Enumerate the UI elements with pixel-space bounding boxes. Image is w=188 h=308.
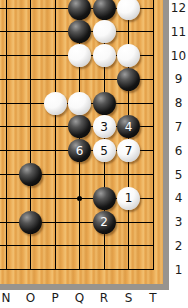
intersection-S7: 4 — [116, 115, 141, 139]
intersection-O11 — [18, 20, 43, 44]
intersection-S1 — [116, 258, 141, 282]
stone-black-O3 — [19, 211, 42, 234]
intersection-N11 — [0, 20, 18, 44]
stone-white-P8 — [44, 92, 67, 115]
stone-white-S4: 1 — [117, 187, 140, 210]
stone-black-Q7 — [68, 115, 91, 138]
intersection-Q8 — [67, 91, 92, 115]
intersection-O5 — [18, 163, 43, 187]
stone-black-R4 — [93, 187, 116, 210]
intersection-T5 — [141, 163, 166, 187]
move-number: 4 — [125, 121, 133, 133]
move-number: 5 — [100, 145, 108, 157]
intersection-Q9 — [67, 68, 92, 92]
star-point-Q4 — [77, 196, 82, 201]
intersection-S4: 1 — [116, 186, 141, 210]
stone-white-S12 — [117, 0, 140, 20]
row-label-8: 8 — [169, 95, 188, 111]
column-coordinate-labels: NOPQRST — [0, 290, 188, 308]
intersection-S10 — [116, 44, 141, 68]
intersection-R2 — [92, 234, 117, 258]
move-number: 7 — [125, 145, 133, 157]
column-label-Q: Q — [75, 291, 84, 305]
intersection-N1 — [0, 258, 18, 282]
row-label-2: 2 — [169, 238, 188, 254]
intersection-Q2 — [67, 234, 92, 258]
intersection-T1 — [141, 258, 166, 282]
intersection-N7 — [0, 115, 18, 139]
intersection-R10 — [92, 44, 117, 68]
intersection-N6 — [0, 139, 18, 163]
intersection-N10 — [0, 44, 18, 68]
column-label-T: T — [149, 291, 156, 305]
intersection-O8 — [18, 91, 43, 115]
intersection-P7 — [43, 115, 68, 139]
intersection-Q7 — [67, 115, 92, 139]
move-number: 6 — [76, 145, 84, 157]
column-label-P: P — [51, 291, 58, 305]
stone-white-R10 — [93, 44, 116, 67]
intersection-S6: 7 — [116, 139, 141, 163]
intersection-Q6: 6 — [67, 139, 92, 163]
row-coordinate-labels: 121110987654321 — [169, 0, 188, 290]
column-label-R: R — [100, 291, 108, 305]
intersection-O2 — [18, 234, 43, 258]
intersection-P4 — [43, 186, 68, 210]
stone-black-O5 — [19, 163, 42, 186]
stone-black-R12 — [93, 0, 116, 20]
intersection-Q3 — [67, 210, 92, 234]
intersection-T7 — [141, 115, 166, 139]
row-label-3: 3 — [169, 214, 188, 230]
row-label-6: 6 — [169, 143, 188, 159]
stone-black-S7: 4 — [117, 115, 140, 138]
intersection-T2 — [141, 234, 166, 258]
intersection-N3 — [0, 210, 18, 234]
row-label-4: 4 — [169, 190, 188, 206]
intersection-O3 — [18, 210, 43, 234]
column-label-O: O — [26, 291, 35, 305]
intersection-Q10 — [67, 44, 92, 68]
intersection-O9 — [18, 68, 43, 92]
intersection-T3 — [141, 210, 166, 234]
stone-black-R8 — [93, 92, 116, 115]
intersection-O6 — [18, 139, 43, 163]
stone-white-S6: 7 — [117, 139, 140, 162]
row-label-12: 12 — [169, 0, 188, 16]
intersection-P1 — [43, 258, 68, 282]
stone-black-Q6: 6 — [68, 139, 91, 162]
intersection-T10 — [141, 44, 166, 68]
intersection-S11 — [116, 20, 141, 44]
stone-black-Q12 — [68, 0, 91, 20]
intersection-R4 — [92, 186, 117, 210]
stone-black-R3: 2 — [93, 211, 116, 234]
intersection-O10 — [18, 44, 43, 68]
intersection-T6 — [141, 139, 166, 163]
column-label-N: N — [2, 291, 11, 305]
row-label-1: 1 — [169, 262, 188, 278]
go-board: 3465712 — [0, 0, 169, 290]
intersection-N12 — [0, 0, 18, 20]
intersection-S9 — [116, 68, 141, 92]
intersection-T9 — [141, 68, 166, 92]
stone-white-Q8 — [68, 92, 91, 115]
stone-white-S10 — [117, 44, 140, 67]
intersection-R6: 5 — [92, 139, 117, 163]
stone-black-S9 — [117, 68, 140, 91]
intersection-P10 — [43, 44, 68, 68]
go-diagram: 3465712 121110987654321 NOPQRST — [0, 0, 188, 308]
intersection-R5 — [92, 163, 117, 187]
intersection-T12 — [141, 0, 166, 20]
intersection-T4 — [141, 186, 166, 210]
intersection-O7 — [18, 115, 43, 139]
intersection-N2 — [0, 234, 18, 258]
stone-white-Q10 — [68, 44, 91, 67]
intersection-N5 — [0, 163, 18, 187]
intersection-R9 — [92, 68, 117, 92]
intersection-O12 — [18, 0, 43, 20]
intersection-P11 — [43, 20, 68, 44]
stone-black-Q11 — [68, 20, 91, 43]
intersection-R12 — [92, 0, 117, 20]
intersection-R11 — [92, 20, 117, 44]
move-number: 3 — [100, 121, 108, 133]
intersection-P5 — [43, 163, 68, 187]
intersection-P3 — [43, 210, 68, 234]
row-label-5: 5 — [169, 167, 188, 183]
intersection-R3: 2 — [92, 210, 117, 234]
column-label-S: S — [125, 291, 133, 305]
board-grid: 3465712 — [0, 0, 165, 282]
intersection-O1 — [18, 258, 43, 282]
stone-white-R11 — [93, 20, 116, 43]
stone-white-R6: 5 — [93, 139, 116, 162]
intersection-Q11 — [67, 20, 92, 44]
intersection-P12 — [43, 0, 68, 20]
intersection-Q5 — [67, 163, 92, 187]
intersection-N9 — [0, 68, 18, 92]
move-number: 2 — [100, 216, 108, 228]
intersection-N4 — [0, 186, 18, 210]
row-label-10: 10 — [169, 48, 188, 64]
intersection-N8 — [0, 91, 18, 115]
intersection-Q12 — [67, 0, 92, 20]
move-number: 1 — [125, 192, 133, 204]
intersection-S2 — [116, 234, 141, 258]
intersection-T8 — [141, 91, 166, 115]
intersection-T11 — [141, 20, 166, 44]
intersection-R8 — [92, 91, 117, 115]
intersection-S5 — [116, 163, 141, 187]
intersection-P6 — [43, 139, 68, 163]
intersection-Q4 — [67, 186, 92, 210]
intersection-S8 — [116, 91, 141, 115]
intersection-R1 — [92, 258, 117, 282]
intersection-P9 — [43, 68, 68, 92]
intersection-S3 — [116, 210, 141, 234]
intersection-R7: 3 — [92, 115, 117, 139]
row-label-9: 9 — [169, 71, 188, 87]
row-label-11: 11 — [169, 24, 188, 40]
intersection-O4 — [18, 186, 43, 210]
stone-white-R7: 3 — [93, 115, 116, 138]
intersection-P2 — [43, 234, 68, 258]
intersection-Q1 — [67, 258, 92, 282]
intersection-S12 — [116, 0, 141, 20]
row-label-7: 7 — [169, 119, 188, 135]
intersection-P8 — [43, 91, 68, 115]
